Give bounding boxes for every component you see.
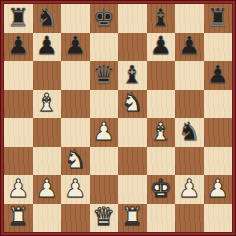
square-a7[interactable]: ♟: [4, 33, 33, 62]
square-c8[interactable]: [61, 4, 90, 33]
square-g6[interactable]: [175, 61, 204, 90]
square-g3[interactable]: [175, 147, 204, 176]
square-a2[interactable]: ♟: [4, 175, 33, 204]
square-e5[interactable]: ♞: [118, 90, 147, 119]
board-frame: ♜♞♚♝♜♟♟♟♟♟♛♝♟♝♞♟♝♞♞♟♟♟♚♟♟♜♛♜: [0, 0, 236, 236]
square-e2[interactable]: [118, 175, 147, 204]
square-f5[interactable]: [147, 90, 176, 119]
square-c4[interactable]: [61, 118, 90, 147]
square-c1[interactable]: [61, 204, 90, 233]
square-b1[interactable]: [33, 204, 62, 233]
piece-white-pawn[interactable]: ♟: [7, 176, 29, 201]
square-f7[interactable]: ♟: [147, 33, 176, 62]
piece-black-king[interactable]: ♚: [93, 5, 115, 30]
square-d3[interactable]: [90, 147, 119, 176]
square-h4[interactable]: [204, 118, 233, 147]
square-a3[interactable]: [4, 147, 33, 176]
square-b6[interactable]: [33, 61, 62, 90]
chess-board: ♜♞♚♝♜♟♟♟♟♟♛♝♟♝♞♟♝♞♞♟♟♟♚♟♟♜♛♜: [4, 4, 232, 232]
square-h3[interactable]: [204, 147, 233, 176]
square-b2[interactable]: ♟: [33, 175, 62, 204]
piece-white-pawn[interactable]: ♟: [178, 176, 200, 201]
piece-white-pawn[interactable]: ♟: [207, 176, 229, 201]
square-a5[interactable]: [4, 90, 33, 119]
square-d5[interactable]: [90, 90, 119, 119]
square-c5[interactable]: [61, 90, 90, 119]
piece-black-rook[interactable]: ♜: [7, 5, 29, 30]
square-e8[interactable]: [118, 4, 147, 33]
piece-white-pawn[interactable]: ♟: [93, 119, 115, 144]
square-h8[interactable]: ♜: [204, 4, 233, 33]
piece-white-queen[interactable]: ♛: [93, 204, 115, 229]
square-f6[interactable]: [147, 61, 176, 90]
square-f4[interactable]: ♝: [147, 118, 176, 147]
piece-white-king[interactable]: ♚: [150, 176, 172, 201]
square-g1[interactable]: [175, 204, 204, 233]
square-h6[interactable]: ♟: [204, 61, 233, 90]
square-e3[interactable]: [118, 147, 147, 176]
square-d8[interactable]: ♚: [90, 4, 119, 33]
piece-white-knight[interactable]: ♞: [64, 147, 86, 172]
square-f8[interactable]: ♝: [147, 4, 176, 33]
square-g8[interactable]: [175, 4, 204, 33]
square-b8[interactable]: ♞: [33, 4, 62, 33]
piece-black-pawn[interactable]: ♟: [64, 33, 86, 58]
piece-black-knight[interactable]: ♞: [36, 5, 58, 30]
square-a1[interactable]: ♜: [4, 204, 33, 233]
square-g2[interactable]: ♟: [175, 175, 204, 204]
piece-black-pawn[interactable]: ♟: [36, 33, 58, 58]
square-e1[interactable]: ♜: [118, 204, 147, 233]
piece-white-rook[interactable]: ♜: [121, 204, 143, 229]
piece-black-pawn[interactable]: ♟: [178, 33, 200, 58]
square-e6[interactable]: ♝: [118, 61, 147, 90]
square-f2[interactable]: ♚: [147, 175, 176, 204]
square-b3[interactable]: [33, 147, 62, 176]
square-h5[interactable]: [204, 90, 233, 119]
square-c6[interactable]: [61, 61, 90, 90]
square-b7[interactable]: ♟: [33, 33, 62, 62]
piece-white-bishop[interactable]: ♝: [150, 119, 172, 144]
square-b4[interactable]: [33, 118, 62, 147]
square-d4[interactable]: ♟: [90, 118, 119, 147]
piece-white-pawn[interactable]: ♟: [36, 176, 58, 201]
square-a8[interactable]: ♜: [4, 4, 33, 33]
square-b5[interactable]: ♝: [33, 90, 62, 119]
square-h2[interactable]: ♟: [204, 175, 233, 204]
piece-black-pawn[interactable]: ♟: [150, 33, 172, 58]
square-d2[interactable]: [90, 175, 119, 204]
square-f1[interactable]: [147, 204, 176, 233]
square-c7[interactable]: ♟: [61, 33, 90, 62]
square-g7[interactable]: ♟: [175, 33, 204, 62]
square-f3[interactable]: [147, 147, 176, 176]
piece-black-knight[interactable]: ♞: [178, 119, 200, 144]
square-h1[interactable]: [204, 204, 233, 233]
piece-white-knight[interactable]: ♞: [121, 90, 143, 115]
piece-black-bishop[interactable]: ♝: [150, 5, 172, 30]
square-g4[interactable]: ♞: [175, 118, 204, 147]
square-d6[interactable]: ♛: [90, 61, 119, 90]
piece-white-rook[interactable]: ♜: [7, 204, 29, 229]
piece-black-rook[interactable]: ♜: [207, 5, 229, 30]
piece-black-bishop[interactable]: ♝: [121, 62, 143, 87]
square-e7[interactable]: [118, 33, 147, 62]
square-c2[interactable]: ♟: [61, 175, 90, 204]
square-a6[interactable]: [4, 61, 33, 90]
square-c3[interactable]: ♞: [61, 147, 90, 176]
square-d1[interactable]: ♛: [90, 204, 119, 233]
square-h7[interactable]: [204, 33, 233, 62]
square-d7[interactable]: [90, 33, 119, 62]
square-e4[interactable]: [118, 118, 147, 147]
square-g5[interactable]: [175, 90, 204, 119]
square-a4[interactable]: [4, 118, 33, 147]
piece-white-pawn[interactable]: ♟: [64, 176, 86, 201]
piece-black-queen[interactable]: ♛: [93, 62, 115, 87]
piece-white-bishop[interactable]: ♝: [36, 90, 58, 115]
piece-black-pawn[interactable]: ♟: [7, 33, 29, 58]
piece-black-pawn[interactable]: ♟: [207, 62, 229, 87]
